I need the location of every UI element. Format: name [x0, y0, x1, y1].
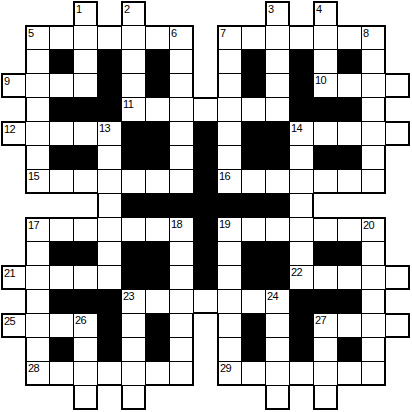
- grid-cell-black: [265, 145, 290, 170]
- grid-cell-white[interactable]: [49, 217, 74, 242]
- grid-cell-black: [241, 313, 266, 338]
- clue-number: 13: [99, 122, 110, 134]
- grid-cell-white[interactable]: [73, 169, 98, 194]
- grid-cell-white[interactable]: [313, 217, 338, 242]
- grid-cell-white[interactable]: 3: [265, 1, 290, 26]
- grid-cell-black: [337, 337, 362, 362]
- grid-cell-white[interactable]: [289, 169, 314, 194]
- grid-cell-black: [265, 121, 290, 146]
- grid-cell-white[interactable]: [313, 121, 338, 146]
- grid-cell-white[interactable]: [217, 337, 242, 362]
- clue-number: 12: [4, 123, 15, 135]
- grid-cell-white[interactable]: [361, 241, 386, 266]
- grid-cell-white[interactable]: 26: [73, 313, 98, 338]
- grid-cell-black: [121, 121, 146, 146]
- grid-cell-black: [145, 145, 170, 170]
- grid-cell-white[interactable]: [361, 73, 386, 98]
- grid-cell-white[interactable]: [289, 361, 314, 386]
- grid-cell-black: [49, 241, 74, 266]
- clue-number: 25: [4, 315, 15, 327]
- grid-cell-white[interactable]: [337, 169, 362, 194]
- clue-number: 9: [4, 75, 10, 87]
- grid-cell-white[interactable]: [217, 121, 242, 146]
- grid-cell-white[interactable]: [25, 313, 50, 338]
- grid-cell-black: [265, 265, 290, 290]
- grid-cell-black: [49, 97, 74, 122]
- grid-cell-white[interactable]: [49, 121, 74, 146]
- grid-cell-black: [289, 289, 314, 314]
- clue-number: 28: [28, 362, 39, 374]
- grid-cell-white[interactable]: [217, 97, 242, 122]
- grid-cell-white[interactable]: 20: [361, 217, 386, 242]
- grid-cell-white[interactable]: [289, 217, 314, 242]
- grid-cell-white[interactable]: 23: [121, 289, 146, 314]
- grid-cell-white[interactable]: [97, 241, 122, 266]
- grid-cell-white[interactable]: 2: [121, 1, 146, 26]
- clue-number: 10: [315, 74, 326, 86]
- grid-cell-black: [145, 193, 170, 218]
- clue-number: 7: [220, 27, 226, 39]
- grid-cell-white[interactable]: [361, 265, 386, 290]
- grid-cell-white[interactable]: [25, 241, 50, 266]
- grid-cell-white[interactable]: [241, 169, 266, 194]
- grid-cell-black: [241, 145, 266, 170]
- grid-cell-white[interactable]: 6: [169, 25, 194, 50]
- grid-cell-white[interactable]: [313, 385, 338, 410]
- grid-cell-white[interactable]: [169, 289, 194, 314]
- grid-cell-white[interactable]: [241, 361, 266, 386]
- grid-cell-white[interactable]: [97, 193, 122, 218]
- clue-number: 11: [123, 98, 133, 110]
- grid-cell-white[interactable]: [121, 361, 146, 386]
- grid-cell-white[interactable]: [337, 121, 362, 146]
- grid-cell-white[interactable]: 21: [1, 265, 26, 290]
- grid-cell-white[interactable]: [313, 361, 338, 386]
- grid-cell-black: [265, 241, 290, 266]
- grid-cell-black: [289, 313, 314, 338]
- crossword-page: 1234567891011121314151617181920212223242…: [0, 0, 412, 412]
- grid-cell-black: [73, 97, 98, 122]
- grid-cell-white[interactable]: [49, 265, 74, 290]
- grid-cell-white[interactable]: [169, 337, 194, 362]
- grid-cell-white[interactable]: [25, 289, 50, 314]
- grid-cell-white[interactable]: [361, 289, 386, 314]
- grid-cell-white[interactable]: [121, 49, 146, 74]
- grid-cell-white[interactable]: [97, 145, 122, 170]
- grid-cell-white[interactable]: [289, 25, 314, 50]
- grid-cell-white[interactable]: [241, 25, 266, 50]
- grid-cell-white[interactable]: [49, 73, 74, 98]
- grid-cell-white[interactable]: [73, 337, 98, 362]
- grid-cell-white[interactable]: [241, 97, 266, 122]
- grid-cell-white[interactable]: [145, 97, 170, 122]
- grid-cell-white[interactable]: [145, 289, 170, 314]
- grid-cell-white[interactable]: [49, 25, 74, 50]
- grid-cell-black: [193, 265, 218, 290]
- clue-number: 14: [291, 122, 302, 134]
- grid-cell-black: [241, 241, 266, 266]
- grid-cell-white[interactable]: [265, 361, 290, 386]
- grid-cell-white[interactable]: [193, 97, 218, 122]
- clue-number: 16: [219, 170, 230, 182]
- clue-number: 8: [363, 27, 369, 39]
- grid-cell-white[interactable]: [241, 217, 266, 242]
- grid-cell-white[interactable]: [265, 313, 290, 338]
- grid-cell-white[interactable]: [73, 121, 98, 146]
- grid-cell-white[interactable]: 22: [289, 265, 314, 290]
- grid-cell-white[interactable]: [289, 241, 314, 266]
- grid-cell-black: [289, 97, 314, 122]
- grid-cell-white[interactable]: [265, 25, 290, 50]
- grid-cell-white[interactable]: [337, 73, 362, 98]
- grid-cell-white[interactable]: [361, 313, 386, 338]
- grid-cell-white[interactable]: 9: [1, 73, 26, 98]
- grid-cell-white[interactable]: [265, 217, 290, 242]
- grid-cell-black: [313, 241, 338, 266]
- grid-cell-black: [145, 49, 170, 74]
- grid-cell-white[interactable]: 17: [25, 217, 50, 242]
- grid-cell-white[interactable]: [361, 121, 386, 146]
- grid-cell-white[interactable]: [25, 73, 50, 98]
- grid-cell-black: [193, 145, 218, 170]
- grid-cell-black: [145, 121, 170, 146]
- clue-number: 5: [28, 27, 34, 39]
- grid-cell-white[interactable]: [73, 73, 98, 98]
- grid-cell-white[interactable]: [337, 217, 362, 242]
- clue-number: 3: [268, 3, 274, 15]
- grid-cell-black: [241, 337, 266, 362]
- grid-cell-black: [193, 193, 218, 218]
- grid-cell-black: [73, 241, 98, 266]
- clue-number: 15: [28, 170, 39, 182]
- grid-cell-black: [313, 97, 338, 122]
- grid-cell-white[interactable]: [145, 217, 170, 242]
- grid-cell-white[interactable]: [25, 121, 50, 146]
- grid-cell-white[interactable]: [217, 73, 242, 98]
- grid-cell-white[interactable]: [313, 169, 338, 194]
- grid-cell-white[interactable]: [169, 73, 194, 98]
- grid-cell-black: [97, 289, 122, 314]
- grid-cell-white[interactable]: [361, 49, 386, 74]
- grid-cell-black: [289, 73, 314, 98]
- grid-cell-white[interactable]: 1: [73, 1, 98, 26]
- grid-cell-white[interactable]: 16: [217, 169, 242, 194]
- grid-cell-white[interactable]: [217, 265, 242, 290]
- grid-cell-black: [193, 217, 218, 242]
- grid-cell-white[interactable]: [49, 361, 74, 386]
- grid-cell-white[interactable]: [97, 169, 122, 194]
- grid-cell-white[interactable]: [121, 313, 146, 338]
- grid-cell-white[interactable]: [265, 97, 290, 122]
- grid-cell-white[interactable]: 29: [217, 361, 242, 386]
- grid-cell-white[interactable]: 25: [1, 313, 26, 338]
- grid-cell-black: [241, 73, 266, 98]
- grid-cell-black: [337, 289, 362, 314]
- grid-cell-black: [97, 73, 122, 98]
- grid-cell-white[interactable]: [337, 25, 362, 50]
- grid-cell-black: [289, 49, 314, 74]
- grid-cell-black: [145, 73, 170, 98]
- grid-cell-white[interactable]: 28: [25, 361, 50, 386]
- grid-cell-white[interactable]: [169, 169, 194, 194]
- grid-cell-white[interactable]: [289, 145, 314, 170]
- grid-cell-white[interactable]: [217, 313, 242, 338]
- grid-cell-white[interactable]: 4: [313, 1, 338, 26]
- grid-cell-white[interactable]: [25, 265, 50, 290]
- grid-cell-black: [313, 289, 338, 314]
- grid-cell-black: [193, 169, 218, 194]
- grid-cell-black: [121, 193, 146, 218]
- grid-cell-white[interactable]: 10: [313, 73, 338, 98]
- grid-cell-white[interactable]: [73, 265, 98, 290]
- grid-cell-black: [97, 97, 122, 122]
- grid-cell-white[interactable]: [73, 49, 98, 74]
- grid-cell-white[interactable]: 19: [217, 217, 242, 242]
- grid-cell-white[interactable]: [73, 385, 98, 410]
- grid-cell-white[interactable]: [169, 313, 194, 338]
- grid-cell-white[interactable]: [289, 193, 314, 218]
- clue-number: 18: [171, 218, 182, 230]
- grid-cell-black: [73, 289, 98, 314]
- grid-cell-white[interactable]: [121, 169, 146, 194]
- grid-cell-white[interactable]: [361, 361, 386, 386]
- grid-cell-black: [241, 265, 266, 290]
- clue-number: 4: [316, 3, 322, 15]
- grid-cell-black: [121, 265, 146, 290]
- grid-cell-black: [145, 337, 170, 362]
- grid-cell-white[interactable]: [97, 25, 122, 50]
- grid-cell-black: [337, 97, 362, 122]
- grid-cell-black: [97, 337, 122, 362]
- grid-cell-white[interactable]: [25, 337, 50, 362]
- grid-cell-black: [313, 145, 338, 170]
- grid-cell-white[interactable]: 12: [1, 121, 26, 146]
- grid-cell-black: [49, 289, 74, 314]
- grid-cell-white[interactable]: [217, 145, 242, 170]
- grid-cell-white[interactable]: 14: [289, 121, 314, 146]
- grid-cell-black: [97, 49, 122, 74]
- grid-cell-white[interactable]: [25, 49, 50, 74]
- grid-cell-white[interactable]: [361, 169, 386, 194]
- grid-cell-black: [49, 49, 74, 74]
- grid-cell-black: [145, 241, 170, 266]
- grid-cell-white[interactable]: [313, 25, 338, 50]
- grid-cell-black: [217, 193, 242, 218]
- grid-cell-white[interactable]: [169, 361, 194, 386]
- grid-cell-white[interactable]: 7: [217, 25, 242, 50]
- grid-cell-white[interactable]: [121, 385, 146, 410]
- crossword-grid: 1234567891011121314151617181920212223242…: [1, 1, 410, 410]
- grid-cell-black: [49, 337, 74, 362]
- clue-number: 1: [76, 3, 82, 15]
- grid-cell-white[interactable]: [169, 97, 194, 122]
- clue-number: 27: [315, 314, 326, 326]
- grid-cell-white[interactable]: [121, 337, 146, 362]
- grid-cell-black: [121, 241, 146, 266]
- grid-cell-white[interactable]: [25, 97, 50, 122]
- grid-cell-black: [265, 193, 290, 218]
- grid-cell-white[interactable]: [217, 49, 242, 74]
- grid-cell-white[interactable]: [337, 265, 362, 290]
- grid-cell-white[interactable]: [337, 361, 362, 386]
- grid-cell-black: [289, 337, 314, 362]
- grid-cell-white[interactable]: [265, 49, 290, 74]
- grid-cell-white[interactable]: [385, 313, 410, 338]
- grid-cell-white[interactable]: [169, 49, 194, 74]
- grid-cell-black: [337, 145, 362, 170]
- clue-number: 21: [4, 267, 15, 279]
- grid-cell-white[interactable]: [97, 361, 122, 386]
- grid-cell-white[interactable]: [97, 265, 122, 290]
- grid-cell-black: [193, 121, 218, 146]
- grid-cell-black: [73, 145, 98, 170]
- clue-number: 19: [219, 218, 230, 230]
- grid-cell-white[interactable]: 18: [169, 217, 194, 242]
- grid-cell-white[interactable]: [265, 169, 290, 194]
- grid-cell-black: [337, 49, 362, 74]
- grid-cell-black: [193, 241, 218, 266]
- grid-cell-white[interactable]: 5: [25, 25, 50, 50]
- grid-cell-white[interactable]: 24: [265, 289, 290, 314]
- clue-number: 20: [363, 219, 374, 231]
- grid-cell-black: [169, 193, 194, 218]
- grid-cell-white[interactable]: [361, 97, 386, 122]
- grid-cell-white[interactable]: [49, 313, 74, 338]
- grid-cell-white[interactable]: [337, 313, 362, 338]
- grid-cell-white[interactable]: [145, 169, 170, 194]
- clue-number: 24: [267, 290, 278, 302]
- clue-number: 22: [291, 266, 302, 278]
- grid-cell-white[interactable]: [97, 217, 122, 242]
- clue-number: 2: [124, 3, 130, 15]
- grid-cell-white[interactable]: [217, 289, 242, 314]
- clue-number: 29: [220, 362, 231, 374]
- grid-cell-black: [97, 313, 122, 338]
- clue-number: 17: [28, 219, 39, 231]
- grid-cell-black: [241, 49, 266, 74]
- grid-cell-white[interactable]: [121, 73, 146, 98]
- grid-cell-white[interactable]: [385, 73, 410, 98]
- grid-cell-white[interactable]: [265, 337, 290, 362]
- grid-cell-white[interactable]: 11: [121, 97, 146, 122]
- grid-cell-black: [337, 241, 362, 266]
- grid-cell-black: [241, 121, 266, 146]
- grid-cell-white[interactable]: 8: [361, 25, 386, 50]
- grid-cell-white[interactable]: [265, 73, 290, 98]
- grid-cell-white[interactable]: [313, 49, 338, 74]
- clue-number: 6: [171, 27, 177, 39]
- grid-cell-white[interactable]: [121, 25, 146, 50]
- grid-cell-white[interactable]: [217, 241, 242, 266]
- grid-cell-black: [49, 145, 74, 170]
- clue-number: 23: [123, 290, 134, 302]
- grid-cell-black: [121, 145, 146, 170]
- grid-cell-white[interactable]: [313, 265, 338, 290]
- grid-cell-white[interactable]: [25, 145, 50, 170]
- grid-cell-white[interactable]: [169, 241, 194, 266]
- grid-cell-black: [145, 313, 170, 338]
- clue-number: 26: [75, 314, 86, 326]
- grid-cell-white[interactable]: [313, 337, 338, 362]
- grid-cell-white[interactable]: [73, 217, 98, 242]
- grid-cell-white[interactable]: [193, 289, 218, 314]
- grid-cell-white[interactable]: [169, 121, 194, 146]
- grid-cell-white[interactable]: [121, 217, 146, 242]
- grid-cell-white[interactable]: [49, 169, 74, 194]
- grid-cell-white[interactable]: [241, 289, 266, 314]
- grid-cell-white[interactable]: [361, 145, 386, 170]
- grid-cell-white[interactable]: [169, 265, 194, 290]
- grid-cell-white[interactable]: [145, 361, 170, 386]
- grid-cell-white[interactable]: [73, 25, 98, 50]
- grid-cell-black: [145, 265, 170, 290]
- grid-cell-white[interactable]: [385, 121, 410, 146]
- grid-cell-black: [241, 193, 266, 218]
- grid-cell-white[interactable]: 13: [97, 121, 122, 146]
- grid-cell-white[interactable]: [73, 361, 98, 386]
- grid-cell-white[interactable]: 15: [25, 169, 50, 194]
- grid-cell-white[interactable]: [169, 145, 194, 170]
- grid-cell-white[interactable]: [361, 337, 386, 362]
- grid-cell-white[interactable]: [265, 385, 290, 410]
- grid-cell-white[interactable]: [385, 265, 410, 290]
- grid-cell-white[interactable]: [145, 25, 170, 50]
- grid-cell-white[interactable]: 27: [313, 313, 338, 338]
